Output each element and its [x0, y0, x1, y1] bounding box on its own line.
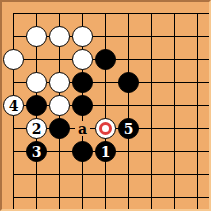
intersection-9-9 — [186, 186, 209, 209]
intersection-6-1 — [117, 2, 140, 25]
intersection-6-6: 5 — [117, 117, 140, 140]
intersection-2-2 — [25, 25, 48, 48]
intersection-9-2 — [186, 25, 209, 48]
intersection-4-3 — [71, 48, 94, 71]
go-diagram: 42a531 — [0, 0, 211, 211]
intersection-2-6: 2 — [25, 117, 48, 140]
intersection-3-1 — [48, 2, 71, 25]
intersection-3-2 — [48, 25, 71, 48]
white-stone-2: 2 — [26, 118, 47, 139]
red-circle-mark-icon — [99, 122, 112, 135]
intersection-9-8 — [186, 163, 209, 186]
intersection-7-5 — [140, 94, 163, 117]
intersection-4-1 — [71, 2, 94, 25]
intersection-8-8 — [163, 163, 186, 186]
intersection-8-3 — [163, 48, 186, 71]
intersection-4-2 — [71, 25, 94, 48]
intersection-9-7 — [186, 140, 209, 163]
intersection-1-7 — [2, 140, 25, 163]
point-label-a: a — [75, 121, 90, 136]
intersection-9-3 — [186, 48, 209, 71]
white-stone-4: 4 — [3, 95, 24, 116]
intersection-8-4 — [163, 71, 186, 94]
intersection-4-9 — [71, 186, 94, 209]
intersection-6-4 — [117, 71, 140, 94]
intersection-2-7: 3 — [25, 140, 48, 163]
intersection-8-5 — [163, 94, 186, 117]
intersection-7-6 — [140, 117, 163, 140]
intersection-6-3 — [117, 48, 140, 71]
intersection-7-2 — [140, 25, 163, 48]
intersection-8-6 — [163, 117, 186, 140]
intersection-1-4 — [2, 71, 25, 94]
black-stone-5: 5 — [118, 118, 139, 139]
black-stone — [72, 95, 93, 116]
intersection-8-1 — [163, 2, 186, 25]
intersection-9-1 — [186, 2, 209, 25]
black-stone — [26, 95, 47, 116]
intersection-5-4 — [94, 71, 117, 94]
white-stone — [26, 26, 47, 47]
intersection-3-6 — [48, 117, 71, 140]
intersection-3-4 — [48, 71, 71, 94]
intersection-4-7 — [71, 140, 94, 163]
intersection-9-4 — [186, 71, 209, 94]
intersection-4-8 — [71, 163, 94, 186]
intersection-5-1 — [94, 2, 117, 25]
intersection-8-2 — [163, 25, 186, 48]
intersection-6-2 — [117, 25, 140, 48]
intersection-6-5 — [117, 94, 140, 117]
intersection-5-7: 1 — [94, 140, 117, 163]
intersection-1-5: 4 — [2, 94, 25, 117]
intersection-5-3 — [94, 48, 117, 71]
intersection-1-6 — [2, 117, 25, 140]
intersection-4-6: a — [71, 117, 94, 140]
intersection-2-5 — [25, 94, 48, 117]
intersection-2-3 — [25, 48, 48, 71]
white-stone — [72, 49, 93, 70]
go-board: 42a531 — [2, 2, 209, 209]
intersection-7-8 — [140, 163, 163, 186]
intersection-2-9 — [25, 186, 48, 209]
intersection-7-9 — [140, 186, 163, 209]
black-stone — [95, 49, 116, 70]
black-stone-3: 3 — [26, 141, 47, 162]
intersection-5-9 — [94, 186, 117, 209]
intersection-6-8 — [117, 163, 140, 186]
intersection-3-7 — [48, 140, 71, 163]
white-stone — [49, 72, 70, 93]
intersection-2-1 — [25, 2, 48, 25]
intersection-7-4 — [140, 71, 163, 94]
intersection-9-5 — [186, 94, 209, 117]
black-stone-1: 1 — [95, 141, 116, 162]
white-stone — [49, 95, 70, 116]
intersection-5-2 — [94, 25, 117, 48]
intersection-5-6 — [94, 117, 117, 140]
intersection-7-3 — [140, 48, 163, 71]
intersection-2-8 — [25, 163, 48, 186]
white-stone-red-circle-marked — [95, 118, 116, 139]
intersection-1-2 — [2, 25, 25, 48]
intersection-4-5 — [71, 94, 94, 117]
intersection-9-6 — [186, 117, 209, 140]
intersection-3-5 — [48, 94, 71, 117]
intersection-5-5 — [94, 94, 117, 117]
intersection-4-4 — [71, 71, 94, 94]
intersection-6-7 — [117, 140, 140, 163]
white-stone — [26, 72, 47, 93]
intersection-3-8 — [48, 163, 71, 186]
white-stone — [3, 49, 24, 70]
white-stone — [49, 26, 70, 47]
intersection-5-8 — [94, 163, 117, 186]
white-stone — [72, 26, 93, 47]
black-stone — [72, 72, 93, 93]
intersection-6-9 — [117, 186, 140, 209]
intersection-1-8 — [2, 163, 25, 186]
black-stone — [118, 72, 139, 93]
black-stone — [49, 118, 70, 139]
intersection-7-1 — [140, 2, 163, 25]
intersection-3-3 — [48, 48, 71, 71]
intersection-8-7 — [163, 140, 186, 163]
intersection-1-9 — [2, 186, 25, 209]
intersection-2-4 — [25, 71, 48, 94]
intersection-1-3 — [2, 48, 25, 71]
black-stone — [72, 141, 93, 162]
intersection-1-1 — [2, 2, 25, 25]
intersection-7-7 — [140, 140, 163, 163]
intersection-8-9 — [163, 186, 186, 209]
intersection-3-9 — [48, 186, 71, 209]
